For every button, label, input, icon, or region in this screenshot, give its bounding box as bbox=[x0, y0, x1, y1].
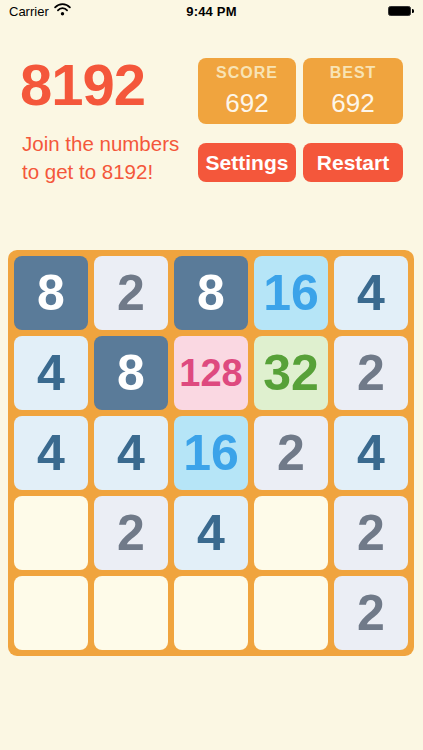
best-label: BEST bbox=[330, 64, 377, 82]
tile-2: 2 bbox=[254, 416, 328, 490]
tile-8: 8 bbox=[174, 256, 248, 330]
status-bar: Carrier 9:44 PM bbox=[0, 0, 423, 22]
tile-4: 4 bbox=[334, 416, 408, 490]
score-box: SCORE 692 bbox=[198, 58, 296, 124]
best-value: 692 bbox=[331, 88, 374, 119]
tile-4: 4 bbox=[334, 256, 408, 330]
battery-icon bbox=[388, 6, 414, 17]
empty-cell bbox=[174, 576, 248, 650]
empty-cell bbox=[254, 576, 328, 650]
tile-128: 128 bbox=[174, 336, 248, 410]
tile-8: 8 bbox=[94, 336, 168, 410]
page-title: 8192 bbox=[20, 56, 180, 114]
wifi-icon bbox=[54, 3, 71, 19]
game-board[interactable]: 828164481283224416242422 bbox=[8, 250, 414, 656]
tile-2: 2 bbox=[334, 336, 408, 410]
status-time: 9:44 PM bbox=[129, 4, 294, 19]
empty-cell bbox=[254, 496, 328, 570]
tile-8: 8 bbox=[14, 256, 88, 330]
empty-cell bbox=[94, 576, 168, 650]
empty-cell bbox=[14, 496, 88, 570]
settings-button[interactable]: Settings bbox=[198, 143, 296, 182]
tile-16: 16 bbox=[254, 256, 328, 330]
tile-2: 2 bbox=[94, 256, 168, 330]
tile-4: 4 bbox=[94, 416, 168, 490]
subtitle: Join the numbersto get to 8192! bbox=[22, 130, 207, 186]
tile-4: 4 bbox=[14, 336, 88, 410]
empty-cell bbox=[14, 576, 88, 650]
carrier-label: Carrier bbox=[9, 4, 49, 19]
tile-4: 4 bbox=[14, 416, 88, 490]
score-value: 692 bbox=[225, 88, 268, 119]
tile-2: 2 bbox=[334, 496, 408, 570]
tile-16: 16 bbox=[174, 416, 248, 490]
tile-2: 2 bbox=[94, 496, 168, 570]
tile-32: 32 bbox=[254, 336, 328, 410]
app-screen: Carrier 9:44 PM 8192 Join the numbersto … bbox=[0, 0, 423, 750]
score-label: SCORE bbox=[216, 64, 278, 82]
restart-button[interactable]: Restart bbox=[303, 143, 403, 182]
tile-4: 4 bbox=[174, 496, 248, 570]
tile-2: 2 bbox=[334, 576, 408, 650]
best-box: BEST 692 bbox=[303, 58, 403, 124]
